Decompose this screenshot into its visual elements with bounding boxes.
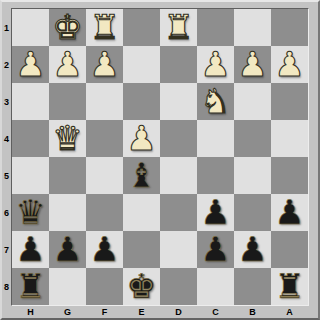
file-labels: HGFEDCBA	[12, 306, 308, 318]
rank-label-3: 3	[2, 83, 11, 120]
white-pawn[interactable]: ♟	[237, 46, 267, 83]
square-a6[interactable]: ♟	[271, 194, 308, 231]
square-a5[interactable]	[271, 157, 308, 194]
rank-labels: 12345678	[2, 9, 11, 305]
black-pawn[interactable]: ♟	[89, 231, 119, 268]
square-g2[interactable]: ♟	[49, 46, 86, 83]
square-e5[interactable]: ♝	[123, 157, 160, 194]
square-d7[interactable]	[160, 231, 197, 268]
square-f7[interactable]: ♟	[86, 231, 123, 268]
square-d5[interactable]	[160, 157, 197, 194]
file-label-e: E	[123, 306, 160, 318]
white-pawn[interactable]: ♟	[52, 46, 82, 83]
black-king[interactable]: ♚	[126, 268, 156, 305]
black-pawn[interactable]: ♟	[52, 231, 82, 268]
white-rook[interactable]: ♜	[163, 9, 193, 46]
square-f1[interactable]: ♜	[86, 9, 123, 46]
square-e8[interactable]: ♚	[123, 268, 160, 305]
square-f8[interactable]	[86, 268, 123, 305]
square-a2[interactable]: ♟	[271, 46, 308, 83]
square-c8[interactable]	[197, 268, 234, 305]
square-c7[interactable]: ♟	[197, 231, 234, 268]
square-h6[interactable]: ♛	[12, 194, 49, 231]
square-h7[interactable]: ♟	[12, 231, 49, 268]
square-a4[interactable]	[271, 120, 308, 157]
file-label-b: B	[234, 306, 271, 318]
white-king[interactable]: ♚	[52, 9, 82, 46]
black-queen[interactable]: ♛	[15, 194, 45, 231]
square-b8[interactable]	[234, 268, 271, 305]
square-h5[interactable]	[12, 157, 49, 194]
white-pawn[interactable]: ♟	[274, 46, 304, 83]
black-rook[interactable]: ♜	[274, 268, 304, 305]
rank-label-1: 1	[2, 9, 11, 46]
square-g8[interactable]	[49, 268, 86, 305]
black-pawn[interactable]: ♟	[237, 231, 267, 268]
square-d8[interactable]	[160, 268, 197, 305]
square-f5[interactable]	[86, 157, 123, 194]
square-c1[interactable]	[197, 9, 234, 46]
square-b1[interactable]	[234, 9, 271, 46]
square-e3[interactable]	[123, 83, 160, 120]
white-queen[interactable]: ♛	[52, 120, 82, 157]
square-h1[interactable]	[12, 9, 49, 46]
white-rook[interactable]: ♜	[89, 9, 119, 46]
square-f6[interactable]	[86, 194, 123, 231]
black-pawn[interactable]: ♟	[200, 231, 230, 268]
square-h4[interactable]	[12, 120, 49, 157]
square-e1[interactable]	[123, 9, 160, 46]
square-g5[interactable]	[49, 157, 86, 194]
file-label-h: H	[12, 306, 49, 318]
square-d1[interactable]: ♜	[160, 9, 197, 46]
chess-board: ♚♜♜♟♟♟♟♟♟♞♛♟♝♛♟♟♟♟♟♟♟♜♚♜	[11, 8, 309, 306]
square-a1[interactable]	[271, 9, 308, 46]
black-rook[interactable]: ♜	[15, 268, 45, 305]
square-e6[interactable]	[123, 194, 160, 231]
square-f2[interactable]: ♟	[86, 46, 123, 83]
square-d4[interactable]	[160, 120, 197, 157]
black-bishop[interactable]: ♝	[126, 157, 156, 194]
black-pawn[interactable]: ♟	[15, 231, 45, 268]
square-d2[interactable]	[160, 46, 197, 83]
square-c6[interactable]: ♟	[197, 194, 234, 231]
white-pawn[interactable]: ♟	[89, 46, 119, 83]
black-pawn[interactable]: ♟	[200, 194, 230, 231]
square-e7[interactable]	[123, 231, 160, 268]
rank-label-5: 5	[2, 157, 11, 194]
square-a7[interactable]	[271, 231, 308, 268]
rank-label-8: 8	[2, 268, 11, 305]
square-b5[interactable]	[234, 157, 271, 194]
file-label-a: A	[271, 306, 308, 318]
black-pawn[interactable]: ♟	[274, 194, 304, 231]
file-label-c: C	[197, 306, 234, 318]
square-g1[interactable]: ♚	[49, 9, 86, 46]
square-c4[interactable]	[197, 120, 234, 157]
square-d3[interactable]	[160, 83, 197, 120]
square-d6[interactable]	[160, 194, 197, 231]
square-b3[interactable]	[234, 83, 271, 120]
square-b2[interactable]: ♟	[234, 46, 271, 83]
square-b4[interactable]	[234, 120, 271, 157]
square-g4[interactable]: ♛	[49, 120, 86, 157]
white-pawn[interactable]: ♟	[126, 120, 156, 157]
rank-label-2: 2	[2, 46, 11, 83]
square-g6[interactable]	[49, 194, 86, 231]
square-f4[interactable]	[86, 120, 123, 157]
rank-label-6: 6	[2, 194, 11, 231]
rank-label-7: 7	[2, 231, 11, 268]
square-c3[interactable]: ♞	[197, 83, 234, 120]
board-frame: 12345678 HGFEDCBA ♚♜♜♟♟♟♟♟♟♞♛♟♝♛♟♟♟♟♟♟♟♜…	[0, 0, 320, 320]
square-e2[interactable]	[123, 46, 160, 83]
square-b6[interactable]	[234, 194, 271, 231]
square-c2[interactable]: ♟	[197, 46, 234, 83]
square-c5[interactable]	[197, 157, 234, 194]
white-pawn[interactable]: ♟	[15, 46, 45, 83]
square-h3[interactable]	[12, 83, 49, 120]
square-h2[interactable]: ♟	[12, 46, 49, 83]
file-label-g: G	[49, 306, 86, 318]
square-f3[interactable]	[86, 83, 123, 120]
square-b7[interactable]: ♟	[234, 231, 271, 268]
square-e4[interactable]: ♟	[123, 120, 160, 157]
white-pawn[interactable]: ♟	[200, 46, 230, 83]
square-g7[interactable]: ♟	[49, 231, 86, 268]
white-knight[interactable]: ♞	[200, 83, 230, 120]
square-h8[interactable]: ♜	[12, 268, 49, 305]
square-a8[interactable]: ♜	[271, 268, 308, 305]
file-label-f: F	[86, 306, 123, 318]
square-a3[interactable]	[271, 83, 308, 120]
rank-label-4: 4	[2, 120, 11, 157]
square-g3[interactable]	[49, 83, 86, 120]
file-label-d: D	[160, 306, 197, 318]
